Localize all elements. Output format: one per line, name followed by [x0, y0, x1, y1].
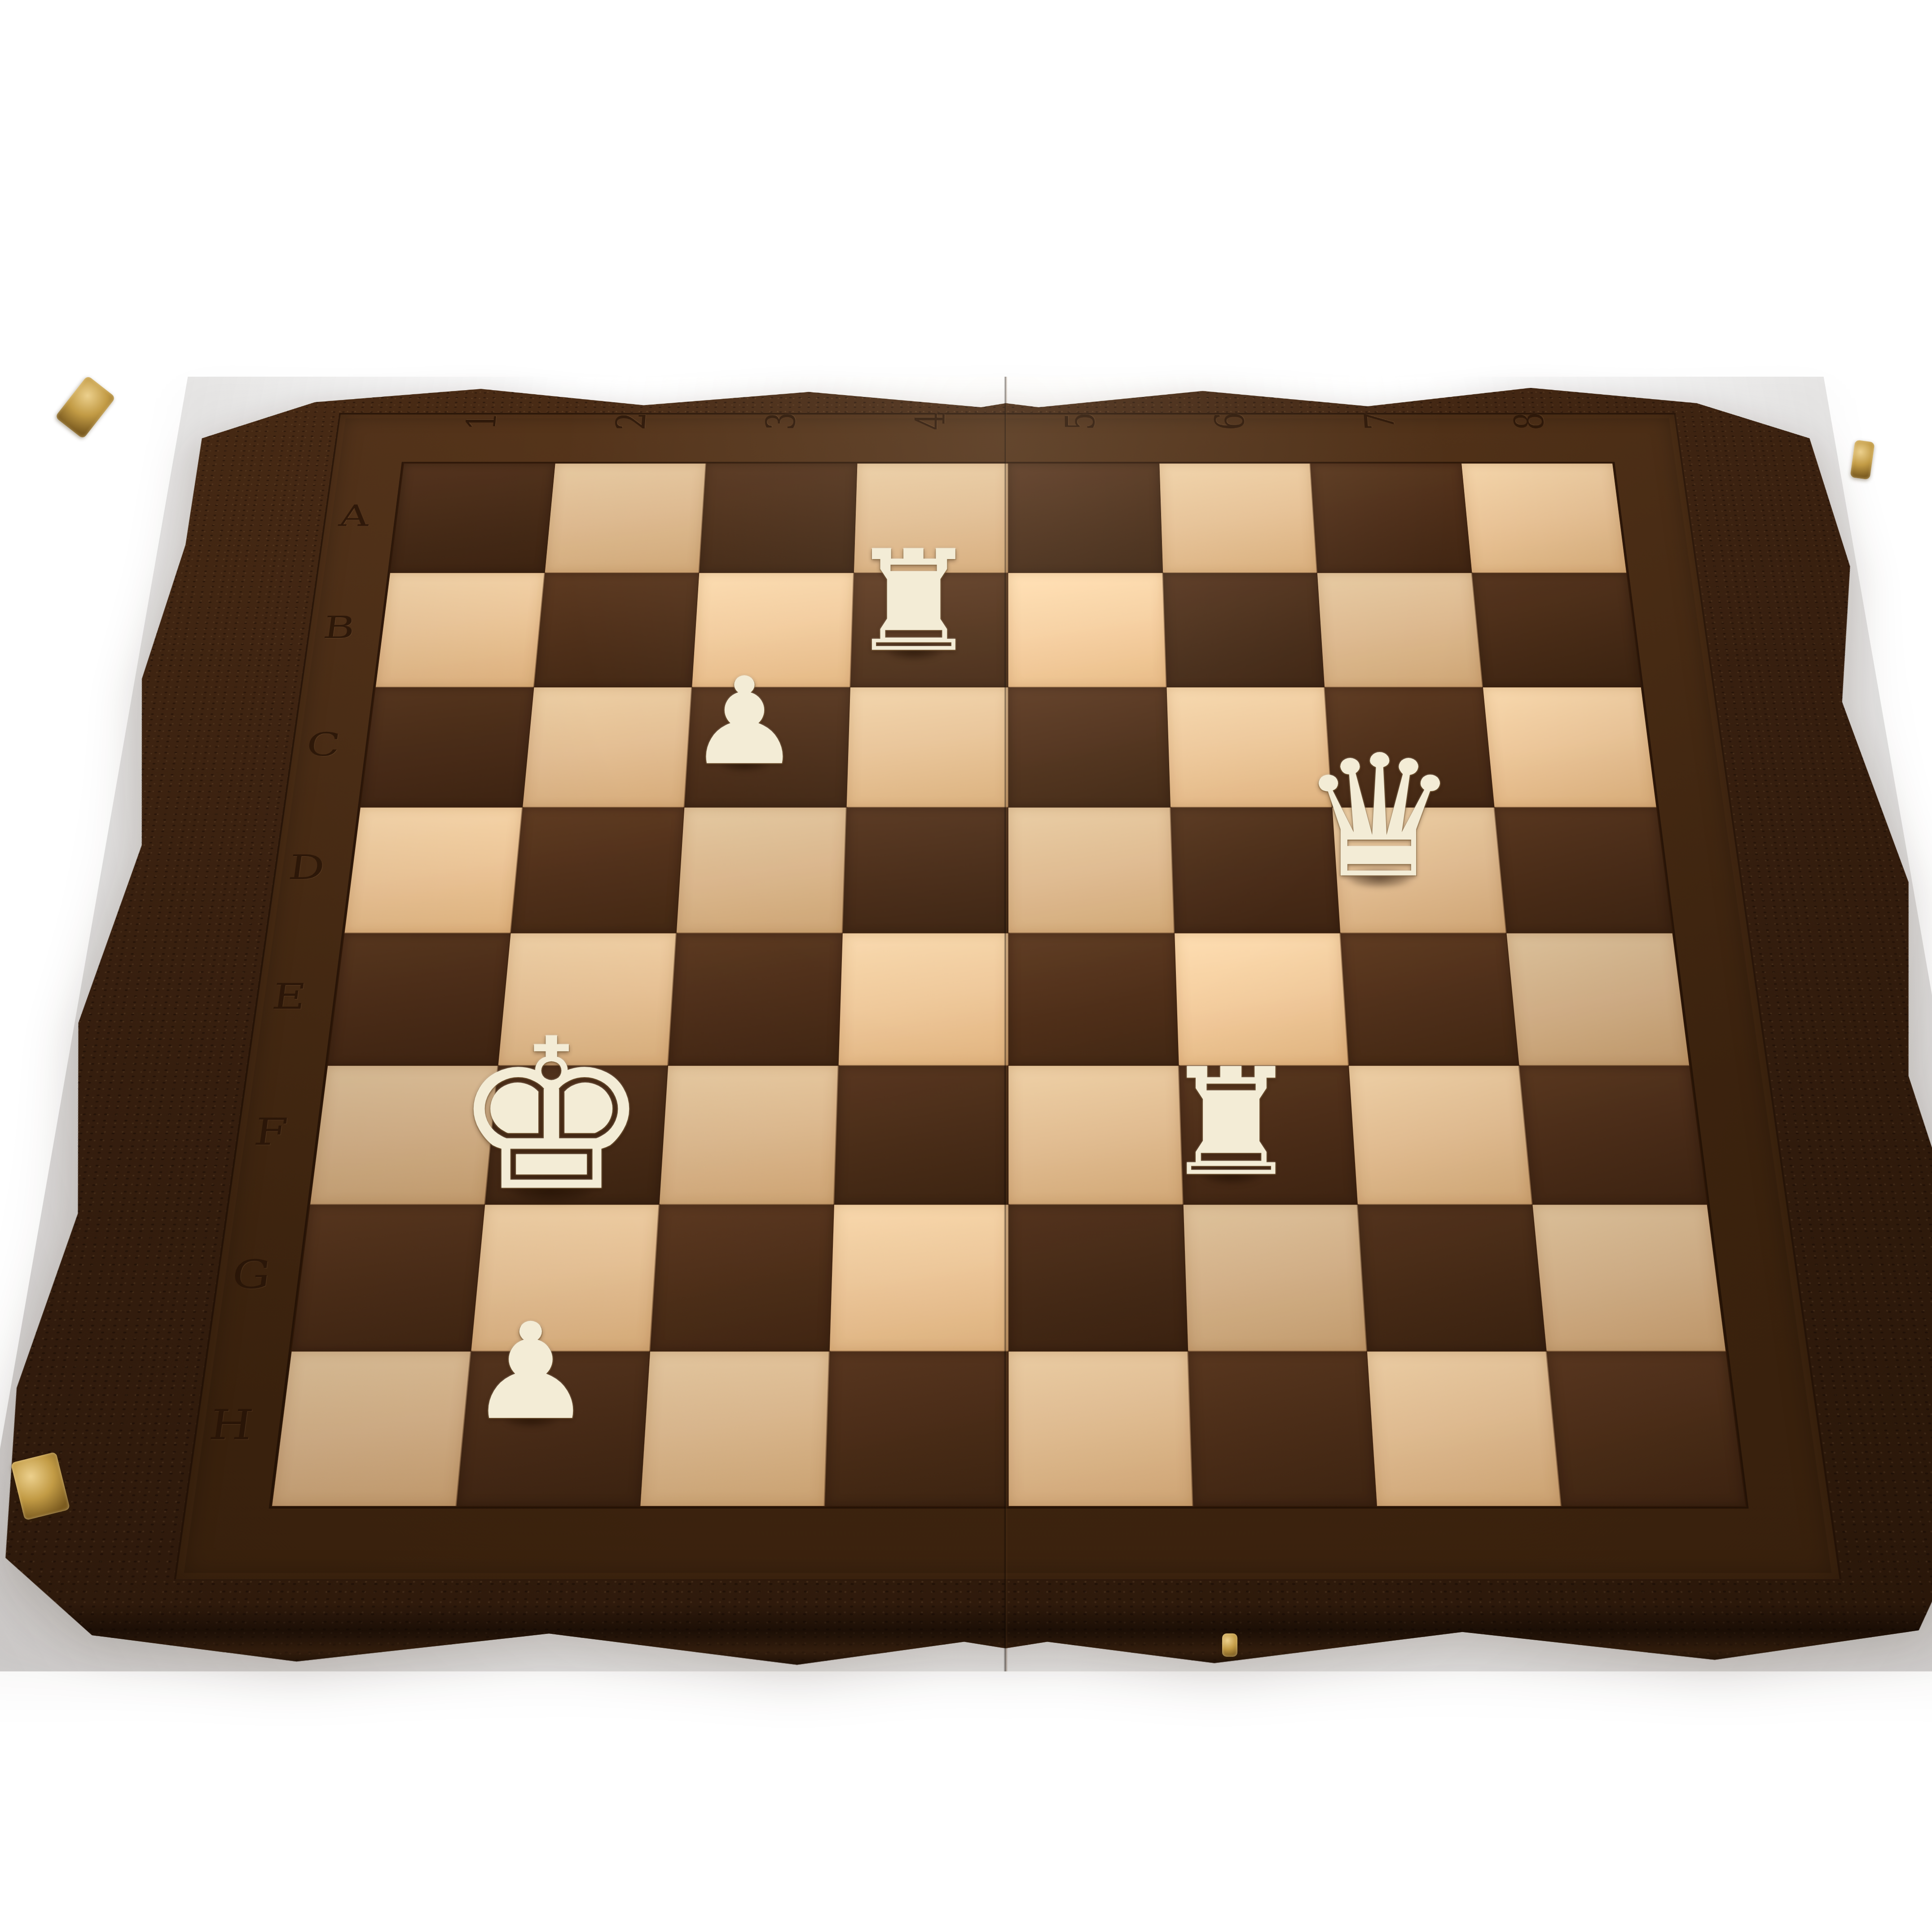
square-c8[interactable] — [1483, 687, 1656, 807]
square-d2[interactable] — [511, 807, 684, 933]
top-label-1: 1 — [461, 412, 503, 430]
left-label-F: F — [252, 1113, 290, 1151]
square-g7[interactable] — [1358, 1205, 1546, 1351]
square-g8[interactable] — [1532, 1205, 1726, 1351]
square-e7[interactable] — [1340, 933, 1519, 1066]
white-rook-f6[interactable]: ♜ — [1161, 1049, 1302, 1197]
brass-pin-right — [1850, 440, 1875, 480]
square-a3[interactable] — [699, 463, 857, 573]
square-a5[interactable] — [1008, 463, 1162, 573]
top-label-3: 3 — [761, 412, 802, 430]
left-label-B: B — [321, 612, 357, 643]
square-h5[interactable] — [1008, 1351, 1193, 1506]
left-label-C: C — [304, 729, 342, 761]
square-g3[interactable] — [650, 1205, 834, 1351]
square-d3[interactable] — [677, 807, 846, 933]
left-label-D: D — [286, 850, 326, 885]
square-b5[interactable] — [1008, 573, 1166, 687]
square-a8[interactable] — [1461, 463, 1626, 573]
square-b6[interactable] — [1163, 573, 1325, 687]
square-e8[interactable] — [1506, 933, 1689, 1066]
square-c1[interactable] — [361, 687, 534, 807]
square-f3[interactable] — [660, 1065, 839, 1205]
top-label-5: 5 — [1060, 412, 1101, 430]
square-f7[interactable] — [1349, 1065, 1532, 1205]
square-h8[interactable] — [1546, 1351, 1745, 1506]
square-h6[interactable] — [1188, 1351, 1377, 1506]
left-label-A: A — [338, 501, 371, 531]
top-label-8: 8 — [1509, 412, 1551, 430]
brass-latch-top-left — [55, 375, 116, 439]
square-h7[interactable] — [1367, 1351, 1561, 1506]
square-c5[interactable] — [1008, 687, 1171, 807]
left-label-H: H — [207, 1404, 255, 1446]
square-a7[interactable] — [1310, 463, 1472, 573]
left-label-G: G — [230, 1255, 273, 1294]
square-f8[interactable] — [1519, 1065, 1707, 1205]
square-e5[interactable] — [1008, 933, 1179, 1066]
hinge-seam — [1003, 377, 1008, 1672]
square-f5[interactable] — [1008, 1065, 1183, 1205]
brass-pin-bottom — [1222, 1633, 1237, 1657]
square-f4[interactable] — [834, 1065, 1008, 1205]
square-d8[interactable] — [1494, 807, 1672, 933]
square-b7[interactable] — [1317, 573, 1483, 687]
photo-canvas: 12345678ABCDEFGH ♜♟♛♜♚♟ — [0, 0, 1932, 1932]
white-pawn-h2[interactable]: ♟ — [467, 1305, 594, 1438]
white-pawn-c3[interactable]: ♟ — [687, 661, 802, 782]
square-g6[interactable] — [1183, 1205, 1367, 1351]
square-g5[interactable] — [1008, 1205, 1188, 1351]
top-label-2: 2 — [611, 412, 652, 430]
white-king-f2[interactable]: ♚ — [452, 1011, 651, 1220]
top-label-6: 6 — [1210, 412, 1251, 430]
square-b2[interactable] — [534, 573, 699, 687]
square-a2[interactable] — [545, 463, 706, 573]
square-e4[interactable] — [838, 933, 1008, 1066]
square-e3[interactable] — [668, 933, 842, 1066]
square-b1[interactable] — [376, 573, 545, 687]
square-b8[interactable] — [1472, 573, 1641, 687]
square-h3[interactable] — [640, 1351, 829, 1506]
square-d1[interactable] — [344, 807, 522, 933]
square-h1[interactable] — [272, 1351, 471, 1506]
square-d4[interactable] — [842, 807, 1008, 933]
square-h4[interactable] — [824, 1351, 1008, 1506]
square-c2[interactable] — [523, 687, 692, 807]
white-rook-b4[interactable]: ♜ — [847, 532, 980, 671]
white-queen-d7[interactable]: ♛ — [1299, 733, 1460, 902]
square-g4[interactable] — [829, 1205, 1008, 1351]
square-c4[interactable] — [846, 687, 1008, 807]
left-label-E: E — [270, 979, 308, 1015]
top-label-7: 7 — [1359, 412, 1401, 430]
square-d5[interactable] — [1008, 807, 1175, 933]
top-label-4: 4 — [911, 412, 951, 430]
square-a1[interactable] — [390, 463, 555, 573]
square-a6[interactable] — [1159, 463, 1317, 573]
